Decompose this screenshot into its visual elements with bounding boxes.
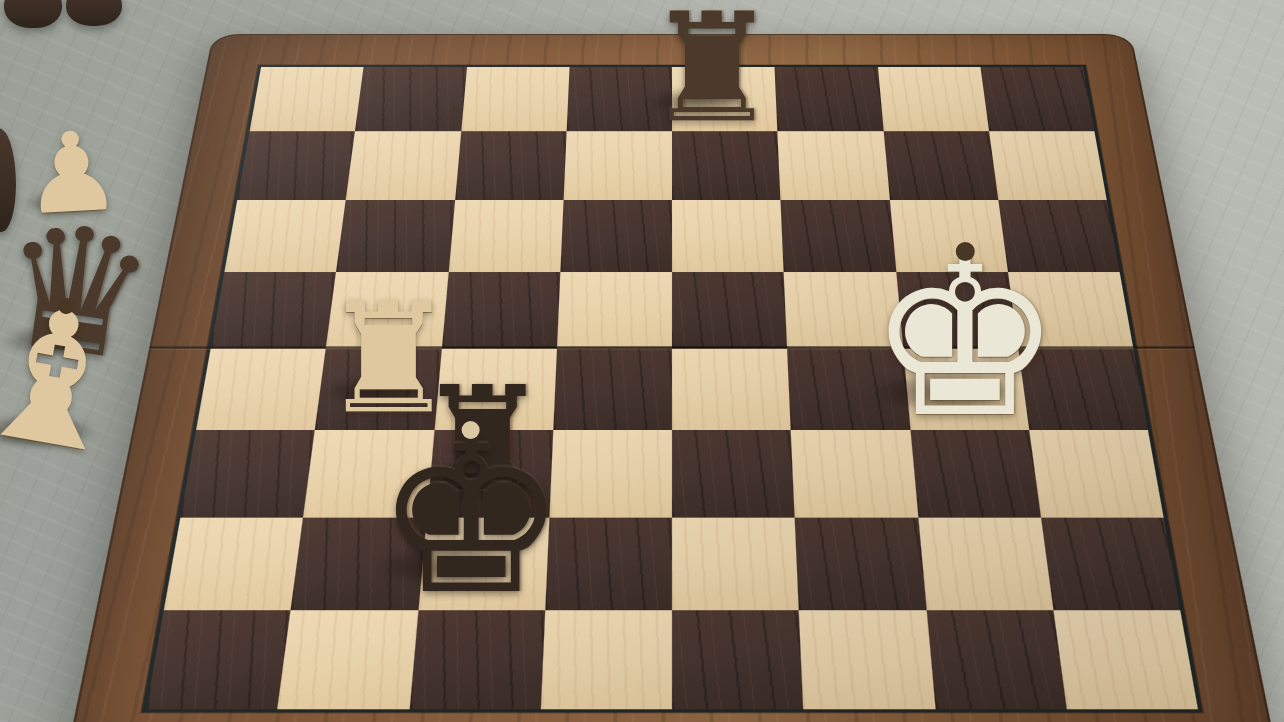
square-f2[interactable] [795, 517, 926, 610]
square-g1[interactable] [926, 610, 1066, 709]
square-h8[interactable] [980, 67, 1094, 131]
square-h2[interactable] [1041, 517, 1181, 610]
square-c8[interactable] [461, 67, 570, 131]
square-b8[interactable] [355, 67, 466, 131]
square-e3[interactable] [672, 430, 795, 517]
square-e4[interactable] [672, 349, 791, 431]
square-a6[interactable] [224, 200, 346, 272]
square-a1[interactable] [146, 610, 291, 709]
square-d5[interactable] [557, 272, 672, 349]
square-e5[interactable] [672, 272, 787, 349]
square-h7[interactable] [989, 131, 1107, 199]
white-king-g4[interactable]: ♚ [867, 230, 1062, 448]
square-a3[interactable] [180, 430, 315, 517]
photo-scene: { "game": "chess", "scene": "Overhead an… [0, 0, 1284, 722]
square-f7[interactable] [778, 131, 890, 199]
square-a2[interactable] [164, 517, 304, 610]
square-b7[interactable] [346, 131, 461, 199]
square-a7[interactable] [237, 131, 355, 199]
square-f1[interactable] [799, 610, 935, 709]
square-a8[interactable] [250, 67, 364, 131]
dark-piece-cutoff-top-2[interactable] [66, 0, 122, 26]
square-e2[interactable] [672, 517, 799, 610]
square-a4[interactable] [196, 349, 326, 431]
square-g7[interactable] [883, 131, 998, 199]
square-d3[interactable] [549, 430, 672, 517]
square-a5[interactable] [211, 272, 337, 349]
dark-piece-cutoff-top-1[interactable] [4, 0, 62, 28]
square-g2[interactable] [918, 517, 1053, 610]
black-king-c2[interactable]: ♚ [375, 409, 568, 624]
square-e6[interactable] [672, 200, 784, 272]
black-rook-e8[interactable]: ♜ [645, 0, 779, 143]
square-f8[interactable] [775, 67, 884, 131]
square-c7[interactable] [455, 131, 567, 199]
square-d6[interactable] [560, 200, 672, 272]
black-rook-glyph: ♜ [645, 0, 779, 143]
square-h1[interactable] [1053, 610, 1198, 709]
square-b6[interactable] [336, 200, 454, 272]
white-king-glyph: ♚ [867, 230, 1062, 448]
black-king-glyph: ♚ [375, 409, 568, 624]
square-e1[interactable] [672, 610, 803, 709]
square-d4[interactable] [553, 349, 672, 431]
square-g8[interactable] [877, 67, 988, 131]
square-c6[interactable] [448, 200, 563, 272]
square-c5[interactable] [441, 272, 560, 349]
